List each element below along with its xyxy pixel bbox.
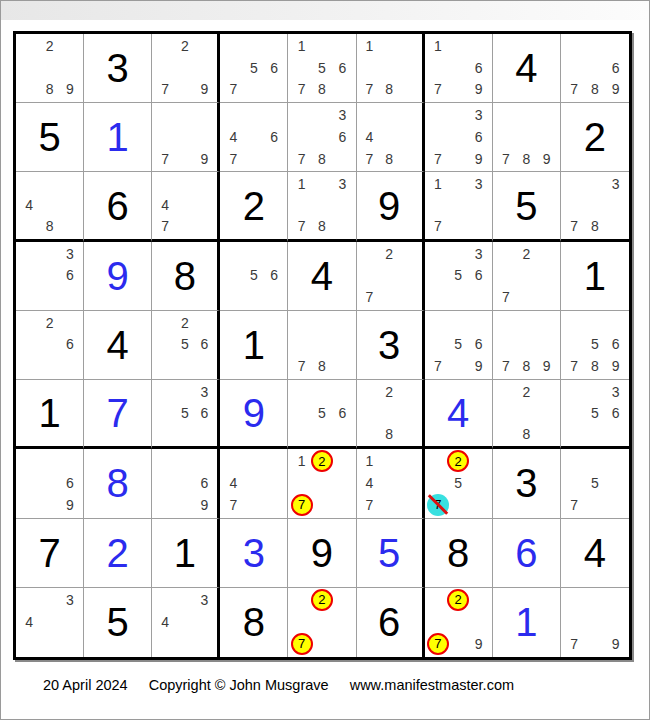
empty-candidate-slot	[448, 216, 468, 237]
empty-candidate-slot	[223, 264, 243, 286]
cell-r1c2[interactable]: 3	[84, 34, 152, 103]
empty-candidate-slot	[605, 589, 626, 611]
empty-candidate-slot	[60, 611, 80, 633]
given-digit: 8	[152, 242, 217, 310]
candidate-mark: 3	[605, 381, 626, 402]
empty-candidate-slot	[448, 633, 468, 655]
candidate-grid: 6789	[564, 35, 626, 100]
cell-r3c6[interactable]: 9	[357, 172, 425, 241]
cell-r6c9[interactable]: 356	[561, 380, 629, 449]
candidate-mark: 5	[175, 402, 195, 423]
empty-candidate-slot	[585, 423, 606, 444]
solved-digit: 4	[425, 380, 492, 446]
cell-r6c2[interactable]: 7	[84, 380, 152, 449]
cell-r5c4[interactable]: 1	[220, 311, 288, 380]
cell-r8c2[interactable]: 2	[84, 519, 152, 588]
candidate-mark: 7	[564, 494, 585, 516]
empty-candidate-slot	[448, 104, 468, 126]
candidate-mark: 6	[468, 126, 488, 148]
page: { "game": "sudoku", "position": { "curre…	[0, 0, 650, 720]
cell-r1c1[interactable]: 289	[16, 34, 84, 103]
empty-candidate-slot	[60, 450, 80, 472]
empty-candidate-slot	[428, 286, 448, 308]
empty-candidate-slot	[312, 381, 332, 402]
solved-digit: 8	[84, 449, 151, 517]
candidate-mark: 7	[360, 148, 380, 170]
empty-candidate-slot	[264, 286, 284, 308]
empty-candidate-slot	[468, 494, 488, 516]
empty-candidate-slot	[195, 195, 215, 216]
given-digit: 8	[425, 519, 492, 587]
cell-r8c7[interactable]: 8	[425, 519, 493, 588]
empty-candidate-slot	[60, 173, 80, 194]
candidate-mark: 6	[468, 264, 488, 286]
footer: 20 April 2024 Copyright © John Musgrave …	[43, 677, 514, 693]
empty-candidate-slot	[175, 423, 195, 444]
candidate-mark: 5	[244, 57, 264, 79]
cell-r2c4[interactable]: 467	[220, 103, 288, 172]
empty-candidate-slot	[585, 589, 606, 611]
empty-candidate-slot	[585, 494, 606, 516]
candidate-mark: 2	[39, 35, 59, 57]
candidate-mark: 9	[468, 148, 488, 170]
empty-candidate-slot	[448, 312, 468, 334]
highlighted-candidate-yellow[interactable]: 7	[427, 633, 449, 655]
empty-candidate-slot	[332, 494, 352, 516]
candidate-grid: 256	[155, 312, 214, 377]
candidate-mark: 3	[605, 173, 626, 194]
candidate-grid: 79	[564, 589, 626, 655]
empty-candidate-slot	[332, 472, 352, 494]
candidate-grid: 789	[496, 104, 557, 169]
empty-candidate-slot	[399, 126, 419, 148]
cell-r7c8[interactable]: 3	[493, 449, 561, 518]
candidate-mark: 1	[291, 173, 311, 194]
cell-r1c9[interactable]: 6789	[561, 34, 629, 103]
cell-r9c2[interactable]: 5	[84, 588, 152, 657]
empty-candidate-slot	[516, 312, 536, 334]
cell-r4c1[interactable]: 36	[16, 242, 84, 311]
empty-candidate-slot	[332, 589, 352, 611]
empty-candidate-slot	[19, 494, 39, 516]
empty-candidate-slot	[60, 355, 80, 377]
cell-r9c6[interactable]: 6	[357, 588, 425, 657]
given-digit: 5	[84, 588, 151, 657]
empty-candidate-slot	[564, 35, 585, 57]
cell-r4c9[interactable]: 1	[561, 242, 629, 311]
candidate-grid: 34	[19, 589, 80, 655]
empty-candidate-slot	[312, 173, 332, 194]
empty-candidate-slot	[564, 402, 585, 423]
empty-candidate-slot	[399, 35, 419, 57]
candidate-mark: 8	[585, 355, 606, 377]
cell-r3c5[interactable]: 1378	[288, 172, 356, 241]
cell-r1c5[interactable]: 15678	[288, 34, 356, 103]
cell-r1c4[interactable]: 567	[220, 34, 288, 103]
empty-candidate-slot	[468, 35, 488, 57]
empty-candidate-slot	[468, 286, 488, 308]
empty-candidate-slot	[312, 423, 332, 444]
cell-r5c6[interactable]: 3	[357, 311, 425, 380]
cell-r7c6[interactable]: 147	[357, 449, 425, 518]
empty-candidate-slot	[39, 450, 59, 472]
cell-r8c8[interactable]: 6	[493, 519, 561, 588]
candidate-grid: 147	[360, 450, 419, 515]
empty-candidate-slot	[60, 195, 80, 216]
candidate-grid: 279	[155, 35, 214, 100]
cell-r6c4[interactable]: 9	[220, 380, 288, 449]
empty-candidate-slot	[244, 78, 264, 100]
empty-candidate-slot	[264, 104, 284, 126]
empty-candidate-slot	[360, 243, 380, 265]
candidate-mark: 9	[537, 355, 557, 377]
candidate-grid: 56	[223, 243, 284, 308]
empty-candidate-slot	[175, 589, 195, 611]
empty-candidate-slot	[223, 35, 243, 57]
candidate-mark: 7	[564, 633, 585, 655]
empty-candidate-slot	[516, 286, 536, 308]
candidate-mark: 7	[564, 355, 585, 377]
cell-r2c6[interactable]: 478	[357, 103, 425, 172]
cell-r7c2[interactable]: 8	[84, 449, 152, 518]
empty-candidate-slot	[175, 355, 195, 377]
candidate-grid: 56789	[564, 312, 626, 377]
cell-r8c1[interactable]: 7	[16, 519, 84, 588]
cell-r6c3[interactable]: 356	[152, 380, 220, 449]
empty-candidate-slot	[60, 286, 80, 308]
cell-r2c7[interactable]: 3679	[425, 103, 493, 172]
empty-candidate-slot	[448, 355, 468, 377]
candidate-mark: 3	[60, 243, 80, 265]
cell-r3c4[interactable]: 2	[220, 172, 288, 241]
highlighted-candidate-yellow[interactable]: 7	[291, 633, 313, 655]
empty-candidate-slot	[564, 611, 585, 633]
candidate-mark: 9	[605, 633, 626, 655]
empty-candidate-slot	[379, 472, 399, 494]
given-digit: 2	[561, 103, 629, 171]
candidate-mark: 9	[195, 494, 215, 516]
cell-r4c5[interactable]: 4	[288, 242, 356, 311]
candidate-mark: 6	[60, 334, 80, 356]
empty-candidate-slot	[332, 611, 352, 633]
cell-r3c2[interactable]: 6	[84, 172, 152, 241]
candidate-slot: 2	[312, 450, 332, 472]
cell-r4c2[interactable]: 9	[84, 242, 152, 311]
candidate-mark: 9	[468, 633, 488, 655]
candidate-mark: 6	[195, 472, 215, 494]
candidate-mark: 7	[564, 216, 585, 237]
footer-copyright: Copyright © John Musgrave	[149, 677, 329, 693]
empty-candidate-slot	[332, 633, 352, 655]
empty-candidate-slot	[39, 494, 59, 516]
cell-r9c8[interactable]: 1	[493, 588, 561, 657]
empty-candidate-slot	[448, 148, 468, 170]
cell-r5c5[interactable]: 78	[288, 311, 356, 380]
cell-r7c9[interactable]: 57	[561, 449, 629, 518]
empty-candidate-slot	[155, 381, 175, 402]
empty-candidate-slot	[564, 472, 585, 494]
candidate-slot: 7	[428, 494, 448, 516]
candidate-mark: 1	[291, 450, 311, 472]
cell-r6c7[interactable]: 4	[425, 380, 493, 449]
empty-candidate-slot	[155, 57, 175, 79]
empty-candidate-slot	[516, 402, 536, 423]
empty-candidate-slot	[605, 312, 626, 334]
cell-r1c8[interactable]: 4	[493, 34, 561, 103]
candidate-mark: 6	[195, 402, 215, 423]
cell-r7c5[interactable]: 127	[288, 449, 356, 518]
empty-candidate-slot	[537, 126, 557, 148]
empty-candidate-slot	[399, 450, 419, 472]
cell-r2c5[interactable]: 3678	[288, 103, 356, 172]
empty-candidate-slot	[195, 173, 215, 194]
cell-r9c5[interactable]: 27	[288, 588, 356, 657]
candidate-mark: 9	[605, 78, 626, 100]
empty-candidate-slot	[428, 589, 448, 611]
empty-candidate-slot	[291, 312, 311, 334]
empty-candidate-slot	[195, 126, 215, 148]
candidate-mark: 8	[516, 423, 536, 444]
empty-candidate-slot	[468, 312, 488, 334]
cell-r6c8[interactable]: 28	[493, 380, 561, 449]
cell-r7c3[interactable]: 69	[152, 449, 220, 518]
cell-r1c6[interactable]: 178	[357, 34, 425, 103]
cell-r8c4[interactable]: 3	[220, 519, 288, 588]
cell-r5c8[interactable]: 789	[493, 311, 561, 380]
empty-candidate-slot	[605, 35, 626, 57]
empty-candidate-slot	[516, 334, 536, 356]
given-digit: 6	[84, 172, 151, 238]
cell-r7c1[interactable]: 69	[16, 449, 84, 518]
candidate-mark: 8	[312, 78, 332, 100]
candidate-mark: 9	[605, 355, 626, 377]
cell-r8c3[interactable]: 1	[152, 519, 220, 588]
candidate-mark: 7	[291, 216, 311, 237]
highlighted-candidate-yellow[interactable]: 7	[291, 494, 313, 516]
empty-candidate-slot	[175, 450, 195, 472]
highlighted-candidate-yellow[interactable]: 2	[311, 589, 333, 611]
candidate-mark: 7	[496, 286, 516, 308]
cell-r9c4[interactable]: 8	[220, 588, 288, 657]
empty-candidate-slot	[379, 494, 399, 516]
empty-candidate-slot	[428, 334, 448, 356]
candidate-mark: 8	[379, 78, 399, 100]
empty-candidate-slot	[291, 423, 311, 444]
empty-candidate-slot	[195, 355, 215, 377]
cell-r4c8[interactable]: 27	[493, 242, 561, 311]
candidate-grid: 1679	[428, 35, 489, 100]
highlighted-candidate-yellow[interactable]: 2	[311, 450, 333, 472]
empty-candidate-slot	[39, 611, 59, 633]
cell-r4c6[interactable]: 27	[357, 242, 425, 311]
given-digit: 1	[152, 519, 217, 587]
cell-r3c1[interactable]: 48	[16, 172, 84, 241]
empty-candidate-slot	[19, 334, 39, 356]
empty-candidate-slot	[360, 264, 380, 286]
candidate-grid: 34	[155, 589, 214, 655]
candidate-grid: 257	[428, 450, 489, 515]
cell-r2c1[interactable]: 5	[16, 103, 84, 172]
cell-r5c3[interactable]: 256	[152, 311, 220, 380]
cell-r9c7[interactable]: 279	[425, 588, 493, 657]
empty-candidate-slot	[564, 312, 585, 334]
empty-candidate-slot	[312, 195, 332, 216]
empty-candidate-slot	[155, 35, 175, 57]
candidate-grid: 15678	[291, 35, 352, 100]
empty-candidate-slot	[244, 286, 264, 308]
empty-candidate-slot	[195, 312, 215, 334]
candidate-grid: 478	[360, 104, 419, 169]
cell-r2c8[interactable]: 789	[493, 103, 561, 172]
candidate-grid: 5679	[428, 312, 489, 377]
cell-r3c9[interactable]: 378	[561, 172, 629, 241]
empty-candidate-slot	[175, 195, 195, 216]
cell-r8c5[interactable]: 9	[288, 519, 356, 588]
empty-candidate-slot	[155, 104, 175, 126]
candidate-mark: 7	[223, 494, 243, 516]
cell-r5c9[interactable]: 56789	[561, 311, 629, 380]
candidate-slot: 2	[448, 589, 468, 611]
candidate-mark: 6	[332, 126, 352, 148]
empty-candidate-slot	[428, 57, 448, 79]
empty-candidate-slot	[605, 494, 626, 516]
highlighted-candidate-yellow[interactable]: 2	[447, 450, 469, 472]
empty-candidate-slot	[428, 243, 448, 265]
solved-digit: 1	[493, 588, 560, 657]
cell-r7c4[interactable]: 47	[220, 449, 288, 518]
candidate-mark: 1	[428, 173, 448, 194]
candidate-mark: 9	[468, 78, 488, 100]
empty-candidate-slot	[195, 35, 215, 57]
empty-candidate-slot	[264, 450, 284, 472]
candidate-slot: 2	[448, 450, 468, 472]
candidate-mark: 8	[516, 148, 536, 170]
empty-candidate-slot	[155, 423, 175, 444]
candidate-mark: 6	[332, 57, 352, 79]
empty-candidate-slot	[585, 611, 606, 633]
empty-candidate-slot	[605, 611, 626, 633]
candidate-mark: 7	[428, 216, 448, 237]
candidate-mark: 4	[360, 472, 380, 494]
highlighted-candidate-yellow[interactable]: 2	[447, 589, 469, 611]
candidate-grid: 3678	[291, 104, 352, 169]
cell-r2c2[interactable]: 1	[84, 103, 152, 172]
candidate-mark: 8	[312, 216, 332, 237]
empty-candidate-slot	[244, 494, 264, 516]
empty-candidate-slot	[175, 57, 195, 79]
cell-r3c8[interactable]: 5	[493, 172, 561, 241]
empty-candidate-slot	[360, 381, 380, 402]
candidate-mark: 9	[60, 494, 80, 516]
empty-candidate-slot	[448, 78, 468, 100]
cell-r6c6[interactable]: 28	[357, 380, 425, 449]
candidate-mark: 4	[360, 126, 380, 148]
cell-r9c1[interactable]: 34	[16, 588, 84, 657]
empty-candidate-slot	[195, 633, 215, 655]
cell-r1c7[interactable]: 1679	[425, 34, 493, 103]
candidate-grid: 47	[223, 450, 284, 515]
empty-candidate-slot	[448, 57, 468, 79]
empty-candidate-slot	[39, 264, 59, 286]
footer-website[interactable]: www.manifestmaster.com	[350, 677, 514, 693]
cell-r8c6[interactable]: 5	[357, 519, 425, 588]
empty-candidate-slot	[291, 104, 311, 126]
cell-r3c7[interactable]: 137	[425, 172, 493, 241]
cell-r4c7[interactable]: 356	[425, 242, 493, 311]
empty-candidate-slot	[312, 126, 332, 148]
empty-candidate-slot	[537, 243, 557, 265]
empty-candidate-slot	[332, 334, 352, 356]
given-digit: 4	[561, 519, 629, 587]
cell-r4c4[interactable]: 56	[220, 242, 288, 311]
cell-r2c3[interactable]: 79	[152, 103, 220, 172]
cell-r5c7[interactable]: 5679	[425, 311, 493, 380]
empty-candidate-slot	[175, 381, 195, 402]
candidate-mark: 7	[564, 78, 585, 100]
cell-r9c3[interactable]: 34	[152, 588, 220, 657]
candidate-mark: 3	[195, 589, 215, 611]
cell-r1c3[interactable]: 279	[152, 34, 220, 103]
candidate-grid: 3679	[428, 104, 489, 169]
candidate-mark: 5	[448, 264, 468, 286]
empty-candidate-slot	[399, 472, 419, 494]
empty-candidate-slot	[399, 243, 419, 265]
candidate-grid: 356	[155, 381, 214, 444]
empty-candidate-slot	[39, 355, 59, 377]
candidate-mark: 1	[428, 35, 448, 57]
candidate-mark: 7	[428, 78, 448, 100]
cell-r6c5[interactable]: 56	[288, 380, 356, 449]
cell-r8c9[interactable]: 4	[561, 519, 629, 588]
empty-candidate-slot	[175, 472, 195, 494]
candidate-mark: 4	[155, 611, 175, 633]
given-digit: 8	[220, 588, 287, 657]
solved-digit: 5	[357, 519, 422, 587]
window-top-bar	[1, 1, 649, 20]
candidate-mark: 8	[379, 423, 399, 444]
candidate-mark: 8	[39, 78, 59, 100]
cell-r5c2[interactable]: 4	[84, 311, 152, 380]
candidate-mark: 7	[496, 148, 516, 170]
cell-r2c9[interactable]: 2	[561, 103, 629, 172]
empty-candidate-slot	[379, 402, 399, 423]
empty-candidate-slot	[155, 633, 175, 655]
given-digit: 4	[493, 34, 560, 102]
candidate-mark: 7	[155, 78, 175, 100]
empty-candidate-slot	[399, 104, 419, 126]
cell-r7c7[interactable]: 257	[425, 449, 493, 518]
cell-r5c1[interactable]: 26	[16, 311, 84, 380]
empty-candidate-slot	[175, 78, 195, 100]
empty-candidate-slot	[564, 173, 585, 194]
cell-r6c1[interactable]: 1	[16, 380, 84, 449]
cell-r3c3[interactable]: 47	[152, 172, 220, 241]
candidate-mark: 2	[175, 312, 195, 334]
eliminated-candidate-cyan[interactable]: 7	[427, 494, 449, 516]
empty-candidate-slot	[537, 286, 557, 308]
empty-candidate-slot	[448, 35, 468, 57]
cell-r9c9[interactable]: 79	[561, 588, 629, 657]
candidate-mark: 7	[291, 148, 311, 170]
empty-candidate-slot	[244, 148, 264, 170]
empty-candidate-slot	[60, 216, 80, 237]
candidate-mark: 5	[175, 334, 195, 356]
cell-r4c3[interactable]: 8	[152, 242, 220, 311]
empty-candidate-slot	[379, 286, 399, 308]
empty-candidate-slot	[428, 472, 448, 494]
candidate-mark: 8	[585, 216, 606, 237]
candidate-grid: 467	[223, 104, 284, 169]
